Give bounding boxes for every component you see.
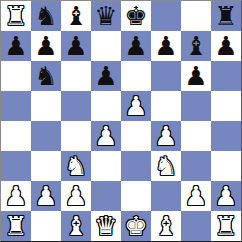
square-e3[interactable] [121,151,151,181]
piece-black-pawn-h7[interactable]: ♟ [214,31,237,61]
square-c8[interactable]: ♝ [61,1,91,31]
square-e8[interactable]: ♚ [121,1,151,31]
square-h3[interactable] [211,151,241,181]
square-h4[interactable] [211,121,241,151]
square-d7[interactable] [91,31,121,61]
square-b7[interactable]: ♟ [31,31,61,61]
square-a7[interactable]: ♟ [1,31,31,61]
square-b2[interactable]: ♟ [31,181,61,211]
piece-white-pawn-c2[interactable]: ♟ [64,181,87,211]
square-d3[interactable] [91,151,121,181]
square-d4[interactable]: ♟ [91,121,121,151]
piece-black-pawn-d6[interactable]: ♟ [94,61,117,91]
square-f3[interactable]: ♞ [151,151,181,181]
square-g1[interactable] [181,211,211,241]
square-d1[interactable]: ♛ [91,211,121,241]
square-d5[interactable] [91,91,121,121]
square-g8[interactable] [181,1,211,31]
square-c3[interactable]: ♞ [61,151,91,181]
piece-white-bishop-c1[interactable]: ♝ [64,211,87,241]
piece-black-pawn-e7[interactable]: ♟ [124,31,147,61]
piece-black-pawn-a7[interactable]: ♟ [4,31,27,61]
square-g7[interactable]: ♝ [181,31,211,61]
square-b8[interactable]: ♞ [31,1,61,31]
piece-white-pawn-f4[interactable]: ♟ [154,121,177,151]
piece-white-king-e1[interactable]: ♚ [124,211,147,241]
piece-black-queen-d8[interactable]: ♛ [94,1,117,31]
piece-white-pawn-a2[interactable]: ♟ [4,181,27,211]
square-a6[interactable] [1,61,31,91]
square-e1[interactable]: ♚ [121,211,151,241]
piece-white-bishop-f1[interactable]: ♝ [154,211,177,241]
square-e6[interactable] [121,61,151,91]
square-g2[interactable]: ♟ [181,181,211,211]
square-g3[interactable] [181,151,211,181]
square-b6[interactable]: ♞ [31,61,61,91]
square-e2[interactable] [121,181,151,211]
square-a8[interactable]: ♜ [1,1,31,31]
square-d6[interactable]: ♟ [91,61,121,91]
square-g6[interactable]: ♟ [181,61,211,91]
square-a3[interactable] [1,151,31,181]
square-h1[interactable]: ♜ [211,211,241,241]
square-b1[interactable] [31,211,61,241]
square-e5[interactable]: ♟ [121,91,151,121]
square-c5[interactable] [61,91,91,121]
square-c2[interactable]: ♟ [61,181,91,211]
piece-black-pawn-b7[interactable]: ♟ [34,31,57,61]
piece-black-king-e8[interactable]: ♚ [124,1,147,31]
piece-white-pawn-d4[interactable]: ♟ [94,121,117,151]
chess-board: ♜♞♝♛♚♜♟♟♟♟♟♝♟♞♟♟♟♟♟♞♞♟♟♟♟♟♜♝♛♚♝♜ [0,0,242,242]
square-c7[interactable]: ♟ [61,31,91,61]
piece-white-pawn-e5[interactable]: ♟ [124,91,147,121]
square-f5[interactable] [151,91,181,121]
piece-black-pawn-c7[interactable]: ♟ [64,31,87,61]
square-f6[interactable] [151,61,181,91]
piece-black-knight-b6[interactable]: ♞ [34,61,57,91]
square-h2[interactable]: ♟ [211,181,241,211]
piece-black-pawn-f7[interactable]: ♟ [154,31,177,61]
piece-black-pawn-g6[interactable]: ♟ [184,61,207,91]
square-e4[interactable] [121,121,151,151]
square-f2[interactable] [151,181,181,211]
piece-white-knight-c3[interactable]: ♞ [64,151,87,181]
piece-white-rook-h1[interactable]: ♜ [214,211,237,241]
square-a4[interactable] [1,121,31,151]
square-b4[interactable] [31,121,61,151]
square-g5[interactable] [181,91,211,121]
square-d2[interactable] [91,181,121,211]
piece-black-knight-b8[interactable]: ♞ [34,1,57,31]
square-f8[interactable] [151,1,181,31]
chess-board-container: ♜♞♝♛♚♜♟♟♟♟♟♝♟♞♟♟♟♟♟♞♞♟♟♟♟♟♜♝♛♚♝♜ [0,0,242,242]
square-b5[interactable] [31,91,61,121]
square-e7[interactable]: ♟ [121,31,151,61]
square-a5[interactable] [1,91,31,121]
square-h5[interactable] [211,91,241,121]
square-f1[interactable]: ♝ [151,211,181,241]
piece-white-knight-f3[interactable]: ♞ [154,151,177,181]
square-h8[interactable]: ♜ [211,1,241,31]
piece-white-pawn-g2[interactable]: ♟ [184,181,207,211]
square-c6[interactable] [61,61,91,91]
piece-white-pawn-b2[interactable]: ♟ [34,181,57,211]
square-a1[interactable]: ♜ [1,211,31,241]
square-f4[interactable]: ♟ [151,121,181,151]
square-h7[interactable]: ♟ [211,31,241,61]
square-b3[interactable] [31,151,61,181]
square-g4[interactable] [181,121,211,151]
piece-black-bishop-g7[interactable]: ♝ [184,31,207,61]
piece-white-rook-a1[interactable]: ♜ [4,211,27,241]
piece-black-bishop-c8[interactable]: ♝ [64,1,87,31]
square-a2[interactable]: ♟ [1,181,31,211]
square-c4[interactable] [61,121,91,151]
square-h6[interactable] [211,61,241,91]
piece-white-pawn-h2[interactable]: ♟ [214,181,237,211]
piece-white-queen-d1[interactable]: ♛ [94,211,117,241]
piece-black-rook-h8[interactable]: ♜ [214,1,237,31]
square-d8[interactable]: ♛ [91,1,121,31]
square-c1[interactable]: ♝ [61,211,91,241]
piece-white-rook-a8[interactable]: ♜ [4,1,27,31]
square-f7[interactable]: ♟ [151,31,181,61]
